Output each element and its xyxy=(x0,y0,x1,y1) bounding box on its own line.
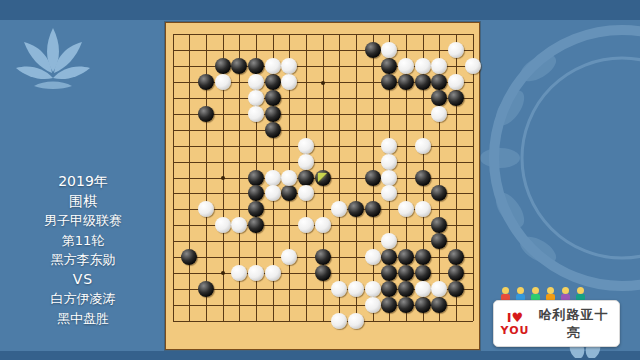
match-info-line: 第11轮 xyxy=(0,231,166,251)
black-stone xyxy=(365,42,381,58)
black-stone xyxy=(431,233,447,249)
grid-line-horizontal xyxy=(173,321,473,322)
black-stone xyxy=(448,249,464,265)
match-info-line: 男子甲级联赛 xyxy=(0,211,166,231)
white-stone xyxy=(248,106,264,122)
match-info-panel: 2019年围棋男子甲级联赛第11轮黑方李东勋VS白方伊凌涛黑中盘胜 xyxy=(0,172,166,328)
white-stone xyxy=(298,217,314,233)
white-stone xyxy=(365,249,381,265)
white-stone xyxy=(248,265,264,281)
white-stone xyxy=(281,170,297,186)
white-stone xyxy=(298,138,314,154)
top-border-band xyxy=(0,0,640,20)
mandala-circle-decoration xyxy=(472,18,640,308)
black-stone xyxy=(415,74,431,90)
black-stone xyxy=(381,249,397,265)
white-stone xyxy=(198,201,214,217)
white-stone xyxy=(381,154,397,170)
black-stone xyxy=(198,281,214,297)
white-stone xyxy=(381,233,397,249)
black-stone xyxy=(415,249,431,265)
black-stone xyxy=(265,90,281,106)
black-stone xyxy=(248,201,264,217)
white-stone xyxy=(448,74,464,90)
black-stone xyxy=(431,74,447,90)
white-stone xyxy=(215,74,231,90)
black-stone xyxy=(315,265,331,281)
mascot-figure xyxy=(575,287,586,301)
white-stone xyxy=(431,106,447,122)
black-stone xyxy=(248,170,264,186)
mascot-figure xyxy=(545,287,556,301)
mascot-figure xyxy=(530,287,541,301)
white-stone xyxy=(348,313,364,329)
mascot-figure xyxy=(500,287,511,301)
black-stone xyxy=(381,297,397,313)
white-stone xyxy=(265,58,281,74)
white-stone xyxy=(348,281,364,297)
black-stone xyxy=(398,265,414,281)
black-stone xyxy=(315,170,331,186)
white-stone xyxy=(298,154,314,170)
channel-logo: I♥ YOU 哈利路亚十亮 xyxy=(493,300,620,347)
white-stone xyxy=(415,201,431,217)
black-stone xyxy=(431,185,447,201)
black-stone xyxy=(231,58,247,74)
white-stone xyxy=(265,265,281,281)
black-stone xyxy=(431,90,447,106)
black-stone xyxy=(448,265,464,281)
logo-iheart-you: I♥ YOU xyxy=(498,311,532,337)
black-stone xyxy=(265,74,281,90)
star-point xyxy=(321,81,325,85)
black-stone xyxy=(448,281,464,297)
white-stone xyxy=(298,185,314,201)
white-stone xyxy=(281,74,297,90)
go-board xyxy=(165,22,480,350)
black-stone xyxy=(365,201,381,217)
match-info-line: 2019年 xyxy=(0,172,166,192)
white-stone xyxy=(431,58,447,74)
mascot-figure xyxy=(560,287,571,301)
white-stone xyxy=(398,58,414,74)
black-stone xyxy=(398,281,414,297)
white-stone xyxy=(265,170,281,186)
white-stone xyxy=(248,90,264,106)
black-stone xyxy=(381,74,397,90)
black-stone xyxy=(181,249,197,265)
white-stone xyxy=(231,265,247,281)
black-stone xyxy=(381,265,397,281)
last-move-triangle-marker xyxy=(318,173,327,182)
white-stone xyxy=(398,201,414,217)
white-stone xyxy=(415,281,431,297)
white-stone xyxy=(248,74,264,90)
white-stone xyxy=(381,185,397,201)
white-stone xyxy=(465,58,481,74)
match-info-line: 围棋 xyxy=(0,192,166,212)
white-stone xyxy=(431,281,447,297)
black-stone xyxy=(415,170,431,186)
white-stone xyxy=(331,313,347,329)
grid-line-horizontal xyxy=(173,241,473,242)
grid-line-vertical xyxy=(356,34,357,320)
black-stone xyxy=(398,74,414,90)
white-stone xyxy=(365,297,381,313)
match-info-line: 白方伊凌涛 xyxy=(0,289,166,309)
star-point xyxy=(221,176,225,180)
black-stone xyxy=(198,74,214,90)
white-stone xyxy=(281,58,297,74)
video-frame: { "game": "go", "panel": { "lines": ["20… xyxy=(0,0,640,360)
black-stone xyxy=(431,217,447,233)
black-stone xyxy=(431,297,447,313)
black-stone xyxy=(415,265,431,281)
white-stone xyxy=(281,249,297,265)
black-stone xyxy=(398,249,414,265)
match-info-line: VS xyxy=(0,270,166,290)
logo-channel-name: 哈利路亚十亮 xyxy=(532,306,615,342)
grid-line-horizontal xyxy=(173,193,473,194)
white-stone xyxy=(381,170,397,186)
white-stone xyxy=(331,201,347,217)
logo-mascot-figures xyxy=(500,287,615,301)
white-stone xyxy=(265,185,281,201)
black-stone xyxy=(265,122,281,138)
match-info-line: 黑方李东勋 xyxy=(0,250,166,270)
black-stone xyxy=(315,249,331,265)
heart-icon: ♥ xyxy=(512,310,524,325)
white-stone xyxy=(415,58,431,74)
white-stone xyxy=(331,281,347,297)
black-stone xyxy=(198,106,214,122)
black-stone xyxy=(248,217,264,233)
bottom-border-band xyxy=(0,351,640,360)
black-stone xyxy=(298,170,314,186)
black-stone xyxy=(265,106,281,122)
white-stone xyxy=(448,42,464,58)
white-stone xyxy=(381,42,397,58)
white-stone xyxy=(415,138,431,154)
star-point xyxy=(221,271,225,275)
black-stone xyxy=(398,297,414,313)
black-stone xyxy=(281,185,297,201)
black-stone xyxy=(381,281,397,297)
black-stone xyxy=(215,58,231,74)
white-stone xyxy=(231,217,247,233)
black-stone xyxy=(365,170,381,186)
black-stone xyxy=(381,58,397,74)
black-stone xyxy=(448,90,464,106)
black-stone xyxy=(248,185,264,201)
black-stone xyxy=(415,297,431,313)
grid-line-vertical xyxy=(473,34,474,320)
white-stone xyxy=(381,138,397,154)
white-stone xyxy=(365,281,381,297)
match-info-line: 黑中盘胜 xyxy=(0,309,166,329)
black-stone xyxy=(248,58,264,74)
lotus-flower-decoration xyxy=(6,16,101,106)
grid-line-vertical xyxy=(339,34,340,320)
black-stone xyxy=(348,201,364,217)
mascot-figure xyxy=(515,287,526,301)
white-stone xyxy=(315,217,331,233)
white-stone xyxy=(215,217,231,233)
